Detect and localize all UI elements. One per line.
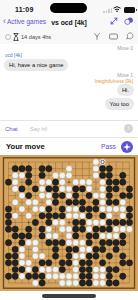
signal-icon [103,8,112,13]
turn-prompt: Your move [6,142,45,151]
app-screen: 11:09 ‹ Active games vs ocd [4k] [0,0,138,300]
ai-analysis-button[interactable] [121,141,133,153]
chat-input-row: Chat ↑ [0,121,138,137]
chat-input[interactable] [30,124,108,134]
move-0-label: Move 0 [117,46,133,51]
chat-message: Hi, have a nice game [4,59,68,71]
nametag-icon[interactable] [109,33,118,40]
send-button[interactable]: ↑ [124,124,133,133]
pass-button[interactable]: Pass [101,143,116,150]
chat-tab[interactable]: Chat [5,126,18,132]
status-time: 11:09 [15,6,34,13]
battery-icon [124,7,135,13]
home-indicator[interactable] [42,294,96,298]
opponent-name[interactable]: ocd [4k] [5,53,22,58]
nav-bar: ‹ Active games vs ocd [4k] [0,17,138,31]
variations-branch-icon[interactable] [93,32,101,40]
dynamic-island [50,3,87,13]
chat-log: Move 0 ocd [4k] Hi, have a nice game Mov… [0,44,138,120]
stones-icon[interactable] [124,17,134,25]
expand-arrows-icon[interactable] [110,17,118,25]
hourglass-icon [13,33,19,41]
game-info-row: 14 days 4hs [0,31,138,44]
wifi-icon [113,6,121,12]
time-remaining: 14 days 4hs [21,34,51,40]
chat-bubble-icon[interactable] [126,32,134,40]
chat-message: Hi. [117,84,134,96]
top-chrome: 11:09 ‹ Active games vs ocd [4k] [0,0,138,44]
player-color-stone-icon [5,34,11,40]
go-board[interactable] [0,155,138,291]
action-bar: Your move Pass [0,138,138,155]
move-1-label: Move 1 [117,73,133,78]
chat-message: You too [105,98,134,110]
